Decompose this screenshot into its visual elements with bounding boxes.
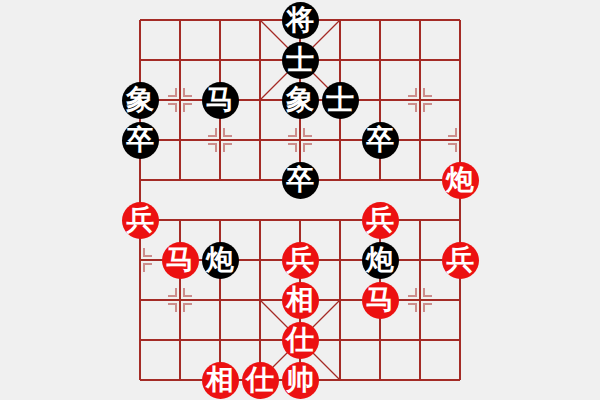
piece-black-pawn[interactable]: 卒 xyxy=(122,122,159,159)
piece-black-cannon[interactable]: 炮 xyxy=(362,242,399,279)
piece-red-advisor[interactable]: 仕 xyxy=(242,362,279,399)
piece-red-horse[interactable]: 马 xyxy=(362,282,399,319)
piece-black-pawn[interactable]: 卒 xyxy=(282,162,319,199)
piece-black-cannon[interactable]: 炮 xyxy=(202,242,239,279)
piece-red-advisor[interactable]: 仕 xyxy=(282,322,319,359)
piece-red-pawn[interactable]: 兵 xyxy=(442,242,479,279)
piece-red-general[interactable]: 帅 xyxy=(282,362,319,399)
xiangqi-board: 将士象马象士卒卒卒炮炮炮兵兵马兵兵相马仕相仕帅 xyxy=(0,0,600,400)
piece-red-pawn[interactable]: 兵 xyxy=(282,242,319,279)
piece-black-advisor[interactable]: 士 xyxy=(282,42,319,79)
piece-red-pawn[interactable]: 兵 xyxy=(362,202,399,239)
piece-red-elephant[interactable]: 相 xyxy=(282,282,319,319)
piece-red-elephant[interactable]: 相 xyxy=(202,362,239,399)
piece-red-pawn[interactable]: 兵 xyxy=(122,202,159,239)
piece-black-elephant[interactable]: 象 xyxy=(122,82,159,119)
piece-black-horse[interactable]: 马 xyxy=(202,82,239,119)
piece-black-pawn[interactable]: 卒 xyxy=(362,122,399,159)
piece-red-horse[interactable]: 马 xyxy=(162,242,199,279)
piece-black-advisor[interactable]: 士 xyxy=(322,82,359,119)
piece-black-elephant[interactable]: 象 xyxy=(282,82,319,119)
piece-black-general[interactable]: 将 xyxy=(282,2,319,39)
pieces-layer: 将士象马象士卒卒卒炮炮炮兵兵马兵兵相马仕相仕帅 xyxy=(120,0,480,400)
piece-red-cannon[interactable]: 炮 xyxy=(442,162,479,199)
